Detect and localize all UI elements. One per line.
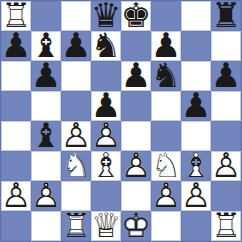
- square-f6[interactable]: ♞: [151, 61, 181, 91]
- piece-black-knight[interactable]: ♞: [91, 31, 121, 61]
- white-pawn-fill-glyph: ♟: [181, 178, 211, 212]
- square-b4[interactable]: ♝: [31, 121, 61, 151]
- white-pawn-outline-glyph: ♙: [61, 118, 91, 152]
- black-knight-glyph: ♞: [151, 58, 181, 92]
- white-pawn-fill-glyph: ♟: [1, 178, 31, 212]
- white-pawn-outline-glyph: ♙: [91, 118, 121, 152]
- square-b5[interactable]: [31, 91, 61, 121]
- black-pawn-glyph: ♟: [181, 88, 211, 122]
- square-c2[interactable]: [61, 181, 91, 211]
- square-f2[interactable]: ♟♙: [151, 181, 181, 211]
- white-pawn-fill-glyph: ♟: [211, 148, 241, 182]
- black-bishop-glyph: ♝: [31, 28, 61, 62]
- black-king-glyph: ♚: [121, 0, 151, 32]
- white-king-fill-glyph: ♚: [121, 208, 151, 242]
- square-a5[interactable]: [1, 91, 31, 121]
- square-b7[interactable]: ♝: [31, 31, 61, 61]
- white-bishop-outline-glyph: ♗: [91, 148, 121, 182]
- piece-white-bishop[interactable]: ♝♗: [91, 151, 121, 181]
- square-h5[interactable]: [211, 91, 241, 121]
- square-a8[interactable]: ♜♖: [1, 1, 31, 31]
- white-rook-outline-glyph: ♖: [211, 208, 241, 242]
- piece-white-pawn[interactable]: ♟♙: [181, 181, 211, 211]
- black-bishop-glyph: ♝: [31, 118, 61, 152]
- black-pawn-glyph: ♟: [31, 58, 61, 92]
- square-a1[interactable]: [1, 211, 31, 241]
- piece-white-knight[interactable]: ♞♘: [151, 151, 181, 181]
- square-a7[interactable]: ♟: [1, 31, 31, 61]
- white-knight-fill-glyph: ♞: [61, 148, 91, 182]
- white-pawn-fill-glyph: ♟: [121, 148, 151, 182]
- square-e6[interactable]: ♟: [121, 61, 151, 91]
- square-c3[interactable]: ♞♘: [61, 151, 91, 181]
- black-pawn-glyph: ♟: [151, 28, 181, 62]
- piece-white-pawn[interactable]: ♟♙: [121, 151, 151, 181]
- white-rook-fill-glyph: ♜: [211, 208, 241, 242]
- piece-black-pawn[interactable]: ♟: [121, 61, 151, 91]
- square-h2[interactable]: [211, 181, 241, 211]
- square-f1[interactable]: [151, 211, 181, 241]
- piece-white-pawn[interactable]: ♟♙: [211, 151, 241, 181]
- square-c5[interactable]: [61, 91, 91, 121]
- square-g4[interactable]: [181, 121, 211, 151]
- square-g7[interactable]: [181, 31, 211, 61]
- white-pawn-outline-glyph: ♙: [1, 178, 31, 212]
- chess-board: ♜♖♛♚♜♟♝♟♞♟♟♟♞♟♟♟♝♟♙♟♙♞♘♝♗♟♙♞♘♝♗♟♙♟♙♟♙♟♙♟…: [0, 0, 242, 242]
- piece-white-pawn[interactable]: ♟♙: [151, 181, 181, 211]
- square-c4[interactable]: ♟♙: [61, 121, 91, 151]
- square-h8[interactable]: ♜: [211, 1, 241, 31]
- square-g3[interactable]: ♝♗: [181, 151, 211, 181]
- piece-white-rook[interactable]: ♜♖: [61, 211, 91, 241]
- square-d3[interactable]: ♝♗: [91, 151, 121, 181]
- black-pawn-glyph: ♟: [121, 58, 151, 92]
- white-pawn-outline-glyph: ♙: [31, 178, 61, 212]
- piece-black-pawn[interactable]: ♟: [61, 31, 91, 61]
- white-rook-outline-glyph: ♖: [1, 0, 31, 32]
- piece-black-rook[interactable]: ♜: [211, 1, 241, 31]
- piece-white-pawn[interactable]: ♟♙: [1, 181, 31, 211]
- piece-white-pawn[interactable]: ♟♙: [91, 121, 121, 151]
- square-d5[interactable]: ♟: [91, 91, 121, 121]
- piece-black-pawn[interactable]: ♟: [151, 31, 181, 61]
- square-h3[interactable]: ♟♙: [211, 151, 241, 181]
- black-pawn-glyph: ♟: [91, 88, 121, 122]
- black-pawn-glyph: ♟: [1, 28, 31, 62]
- white-bishop-fill-glyph: ♝: [91, 148, 121, 182]
- white-knight-outline-glyph: ♘: [61, 148, 91, 182]
- square-f8[interactable]: [151, 1, 181, 31]
- white-pawn-outline-glyph: ♙: [151, 178, 181, 212]
- square-a2[interactable]: ♟♙: [1, 181, 31, 211]
- white-pawn-outline-glyph: ♙: [121, 148, 151, 182]
- white-pawn-outline-glyph: ♙: [181, 178, 211, 212]
- square-g8[interactable]: [181, 1, 211, 31]
- black-pawn-glyph: ♟: [211, 58, 241, 92]
- piece-white-rook[interactable]: ♜♖: [211, 211, 241, 241]
- white-knight-outline-glyph: ♘: [151, 148, 181, 182]
- piece-white-king[interactable]: ♚♔: [121, 211, 151, 241]
- piece-white-bishop[interactable]: ♝♗: [181, 151, 211, 181]
- square-b3[interactable]: [31, 151, 61, 181]
- white-queen-fill-glyph: ♛: [91, 208, 121, 242]
- square-b8[interactable]: [31, 1, 61, 31]
- square-d2[interactable]: [91, 181, 121, 211]
- white-queen-outline-glyph: ♕: [91, 208, 121, 242]
- square-a3[interactable]: [1, 151, 31, 181]
- black-pawn-glyph: ♟: [61, 28, 91, 62]
- square-a6[interactable]: [1, 61, 31, 91]
- square-g5[interactable]: ♟: [181, 91, 211, 121]
- piece-white-queen[interactable]: ♛♕: [91, 211, 121, 241]
- square-f7[interactable]: ♟: [151, 31, 181, 61]
- piece-white-pawn[interactable]: ♟♙: [31, 181, 61, 211]
- square-d7[interactable]: ♞: [91, 31, 121, 61]
- square-g2[interactable]: ♟♙: [181, 181, 211, 211]
- piece-black-bishop[interactable]: ♝: [31, 121, 61, 151]
- square-b6[interactable]: ♟: [31, 61, 61, 91]
- square-e1[interactable]: ♚♔: [121, 211, 151, 241]
- white-king-outline-glyph: ♔: [121, 208, 151, 242]
- square-d8[interactable]: ♛: [91, 1, 121, 31]
- piece-black-knight[interactable]: ♞: [151, 61, 181, 91]
- square-f3[interactable]: ♞♘: [151, 151, 181, 181]
- square-e2[interactable]: [121, 181, 151, 211]
- white-rook-outline-glyph: ♖: [61, 208, 91, 242]
- square-d1[interactable]: ♛♕: [91, 211, 121, 241]
- piece-white-pawn[interactable]: ♟♙: [61, 121, 91, 151]
- square-e3[interactable]: ♟♙: [121, 151, 151, 181]
- square-h7[interactable]: [211, 31, 241, 61]
- piece-black-pawn[interactable]: ♟: [211, 61, 241, 91]
- square-e8[interactable]: ♚: [121, 1, 151, 31]
- piece-black-bishop[interactable]: ♝: [31, 31, 61, 61]
- square-e4[interactable]: [121, 121, 151, 151]
- square-g1[interactable]: [181, 211, 211, 241]
- piece-black-pawn[interactable]: ♟: [31, 61, 61, 91]
- white-rook-fill-glyph: ♜: [61, 208, 91, 242]
- square-e7[interactable]: [121, 31, 151, 61]
- piece-white-knight[interactable]: ♞♘: [61, 151, 91, 181]
- piece-black-pawn[interactable]: ♟: [91, 91, 121, 121]
- white-rook-fill-glyph: ♜: [1, 0, 31, 32]
- square-c6[interactable]: [61, 61, 91, 91]
- square-g6[interactable]: [181, 61, 211, 91]
- square-c7[interactable]: ♟: [61, 31, 91, 61]
- square-d6[interactable]: [91, 61, 121, 91]
- black-queen-glyph: ♛: [91, 0, 121, 32]
- square-b2[interactable]: ♟♙: [31, 181, 61, 211]
- square-h6[interactable]: ♟: [211, 61, 241, 91]
- white-bishop-outline-glyph: ♗: [181, 148, 211, 182]
- white-pawn-fill-glyph: ♟: [61, 118, 91, 152]
- white-pawn-fill-glyph: ♟: [91, 118, 121, 152]
- white-pawn-outline-glyph: ♙: [211, 148, 241, 182]
- white-knight-fill-glyph: ♞: [151, 148, 181, 182]
- black-rook-glyph: ♜: [211, 0, 241, 32]
- square-c1[interactable]: ♜♖: [61, 211, 91, 241]
- square-h1[interactable]: ♜♖: [211, 211, 241, 241]
- piece-white-rook[interactable]: ♜♖: [1, 1, 31, 31]
- piece-black-king[interactable]: ♚: [121, 1, 151, 31]
- white-pawn-fill-glyph: ♟: [31, 178, 61, 212]
- square-f4[interactable]: [151, 121, 181, 151]
- black-knight-glyph: ♞: [91, 28, 121, 62]
- square-d4[interactable]: ♟♙: [91, 121, 121, 151]
- white-pawn-fill-glyph: ♟: [151, 178, 181, 212]
- square-f5[interactable]: [151, 91, 181, 121]
- piece-black-queen[interactable]: ♛: [91, 1, 121, 31]
- piece-black-pawn[interactable]: ♟: [1, 31, 31, 61]
- square-c8[interactable]: [61, 1, 91, 31]
- square-h4[interactable]: [211, 121, 241, 151]
- white-bishop-fill-glyph: ♝: [181, 148, 211, 182]
- square-b1[interactable]: [31, 211, 61, 241]
- square-e5[interactable]: [121, 91, 151, 121]
- square-a4[interactable]: [1, 121, 31, 151]
- piece-black-pawn[interactable]: ♟: [181, 91, 211, 121]
